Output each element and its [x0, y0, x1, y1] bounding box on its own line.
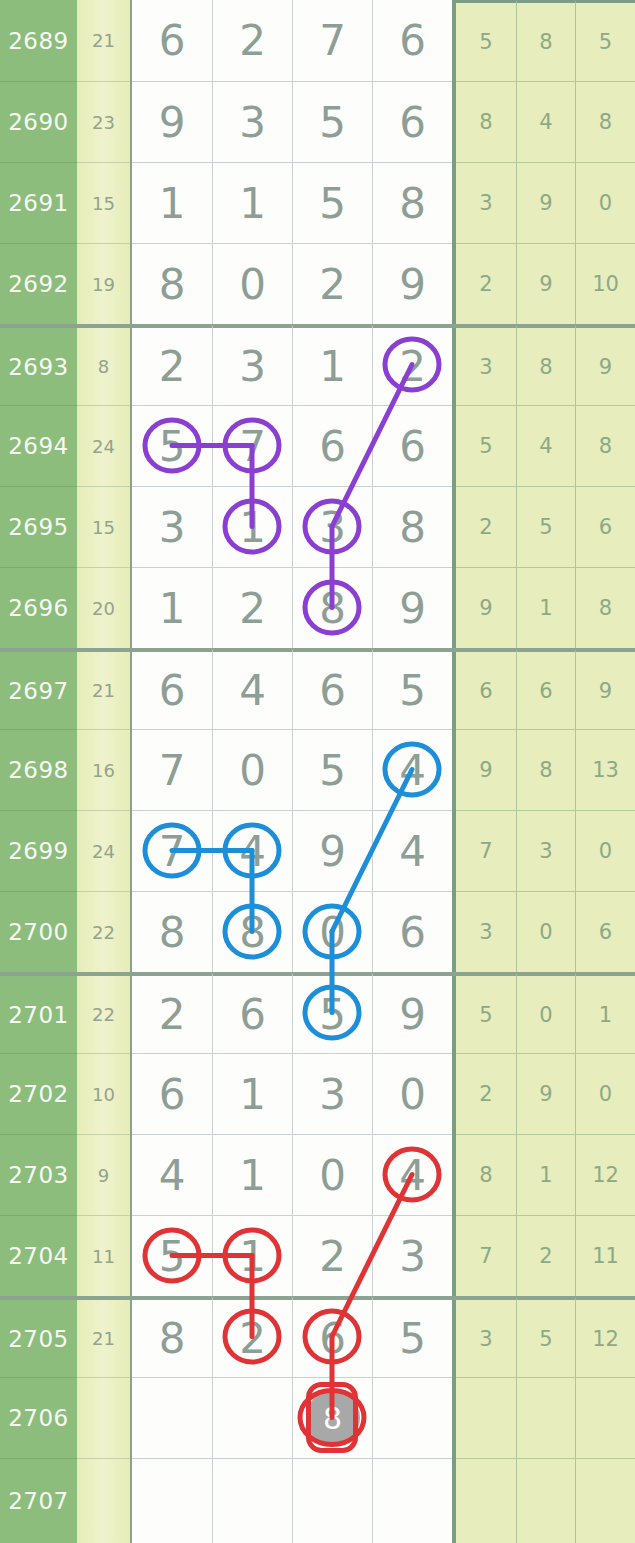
- digit-cell-2693-3: 1: [292, 324, 372, 405]
- digit-cell-2696-1: 1: [132, 567, 212, 648]
- extra-cell-2691-3: 0: [575, 162, 635, 243]
- digit-cell-2695-4: 8: [372, 486, 452, 567]
- extra-cell-2698-1: 9: [456, 729, 516, 810]
- extra-cell-2707-2: [516, 1458, 575, 1543]
- digit-cell-2706-4: [372, 1377, 452, 1458]
- draw-cell-2694: 2694: [0, 405, 77, 486]
- digit-cell-2702-4: 0: [372, 1053, 452, 1134]
- draw-cell-2702: 2702: [0, 1053, 77, 1134]
- digit-cell-2703-1: 4: [132, 1134, 212, 1215]
- draw-cell-2705: 2705: [0, 1296, 77, 1377]
- digit-cell-2694-4: 6: [372, 405, 452, 486]
- extra-cell-2703-2: 1: [516, 1134, 575, 1215]
- predicted-number-bubble: 8: [306, 1390, 360, 1446]
- draw-cell-2706: 2706: [0, 1377, 77, 1458]
- digit-cell-2699-2: 4: [212, 810, 292, 891]
- extra-cell-2703-1: 8: [456, 1134, 516, 1215]
- extra-cell-2707-3: [575, 1458, 635, 1543]
- digit-cell-2690-1: 9: [132, 81, 212, 162]
- digit-cell-2704-2: 1: [212, 1215, 292, 1296]
- digit-cell-2691-2: 1: [212, 162, 292, 243]
- digit-cell-2697-1: 6: [132, 648, 212, 729]
- extra-cell-2704-1: 7: [456, 1215, 516, 1296]
- extra-cell-2696-2: 1: [516, 567, 575, 648]
- extra-cell-2704-2: 2: [516, 1215, 575, 1296]
- extra-cell-2701-2: 0: [516, 972, 575, 1053]
- extra-cell-2696-3: 8: [575, 567, 635, 648]
- extra-cell-2693-2: 8: [516, 324, 575, 405]
- sum-cell-2699: 24: [77, 810, 130, 891]
- digit-cell-2690-4: 6: [372, 81, 452, 162]
- digit-cell-2694-1: 5: [132, 405, 212, 486]
- extra-cell-2696-1: 9: [456, 567, 516, 648]
- draw-cell-2703: 2703: [0, 1134, 77, 1215]
- digit-cell-2700-2: 8: [212, 891, 292, 972]
- digit-cell-2706-1: [132, 1377, 212, 1458]
- sum-cell-2695: 15: [77, 486, 130, 567]
- sum-cell-2696: 20: [77, 567, 130, 648]
- digit-cell-2705-4: 5: [372, 1296, 452, 1377]
- digit-cell-2693-2: 3: [212, 324, 292, 405]
- digit-cell-2700-1: 8: [132, 891, 212, 972]
- draw-cell-2690: 2690: [0, 81, 77, 162]
- sum-cell-2702: 10: [77, 1053, 130, 1134]
- extra-cell-2690-2: 4: [516, 81, 575, 162]
- digit-cell-2698-4: 4: [372, 729, 452, 810]
- digit-cell-2693-1: 2: [132, 324, 212, 405]
- extra-cell-2705-3: 12: [575, 1296, 635, 1377]
- extra-cell-2693-3: 9: [575, 324, 635, 405]
- extra-cell-2702-2: 9: [516, 1053, 575, 1134]
- extra-cell-2697-1: 6: [456, 648, 516, 729]
- extra-cell-2695-3: 6: [575, 486, 635, 567]
- digit-cell-2707-2: [212, 1458, 292, 1543]
- draw-cell-2701: 2701: [0, 972, 77, 1053]
- extra-cell-2692-1: 2: [456, 243, 516, 324]
- extra-cell-2699-2: 3: [516, 810, 575, 891]
- digit-cell-2706-3: 8: [292, 1377, 372, 1458]
- draw-cell-2691: 2691: [0, 162, 77, 243]
- extra-cell-2702-3: 0: [575, 1053, 635, 1134]
- digit-cell-2705-1: 8: [132, 1296, 212, 1377]
- digit-cell-2689-3: 7: [292, 0, 372, 81]
- draw-cell-2693: 2693: [0, 324, 77, 405]
- extra-cell-2694-1: 5: [456, 405, 516, 486]
- digit-cell-2706-2: [212, 1377, 292, 1458]
- extra-cell-2689-3: 5: [575, 0, 635, 81]
- digit-cell-2701-3: 5: [292, 972, 372, 1053]
- digit-cell-2691-4: 8: [372, 162, 452, 243]
- sum-cell-2693: 8: [77, 324, 130, 405]
- lottery-trend-board: 2689216276585269023935684826911511583902…: [0, 0, 635, 1543]
- sum-cell-2704: 11: [77, 1215, 130, 1296]
- extra-cell-2689-2: 8: [516, 0, 575, 81]
- extra-cell-2692-2: 9: [516, 243, 575, 324]
- digit-cell-2695-1: 3: [132, 486, 212, 567]
- digit-cell-2694-3: 6: [292, 405, 372, 486]
- digit-cell-2692-4: 9: [372, 243, 452, 324]
- extra-cell-2704-3: 11: [575, 1215, 635, 1296]
- extra-cell-2697-3: 9: [575, 648, 635, 729]
- sum-cell-2706: [77, 1377, 130, 1458]
- digit-cell-2696-2: 2: [212, 567, 292, 648]
- extra-cell-2691-1: 3: [456, 162, 516, 243]
- digit-cell-2698-1: 7: [132, 729, 212, 810]
- digit-cell-2690-2: 3: [212, 81, 292, 162]
- digit-cell-2689-1: 6: [132, 0, 212, 81]
- extra-cell-2698-2: 8: [516, 729, 575, 810]
- extra-cell-2700-3: 6: [575, 891, 635, 972]
- digit-cell-2702-1: 6: [132, 1053, 212, 1134]
- digit-cell-2705-2: 2: [212, 1296, 292, 1377]
- extra-cell-2706-2: [516, 1377, 575, 1458]
- extra-cell-2701-3: 1: [575, 972, 635, 1053]
- extra-cell-2705-1: 3: [456, 1296, 516, 1377]
- extra-cell-2697-2: 6: [516, 648, 575, 729]
- digit-cell-2704-1: 5: [132, 1215, 212, 1296]
- extra-cell-2695-2: 5: [516, 486, 575, 567]
- draw-cell-2692: 2692: [0, 243, 77, 324]
- digit-cell-2691-3: 5: [292, 162, 372, 243]
- extra-cell-2692-3: 10: [575, 243, 635, 324]
- draw-cell-2689: 2689: [0, 0, 77, 81]
- digit-cell-2692-1: 8: [132, 243, 212, 324]
- sum-cell-2703: 9: [77, 1134, 130, 1215]
- extra-cell-2702-1: 2: [456, 1053, 516, 1134]
- extra-cell-2691-2: 9: [516, 162, 575, 243]
- sum-cell-2701: 22: [77, 972, 130, 1053]
- extra-cell-2705-2: 5: [516, 1296, 575, 1377]
- digit-cell-2695-3: 3: [292, 486, 372, 567]
- digit-cell-2699-1: 7: [132, 810, 212, 891]
- digit-cell-2702-2: 1: [212, 1053, 292, 1134]
- sum-cell-2694: 24: [77, 405, 130, 486]
- digit-cell-2700-4: 6: [372, 891, 452, 972]
- digit-cell-2703-2: 1: [212, 1134, 292, 1215]
- digit-cell-2699-4: 4: [372, 810, 452, 891]
- digit-cell-2696-3: 8: [292, 567, 372, 648]
- draw-cell-2696: 2696: [0, 567, 77, 648]
- extra-cell-2690-1: 8: [456, 81, 516, 162]
- digit-cell-2698-3: 5: [292, 729, 372, 810]
- digit-cell-2692-3: 2: [292, 243, 372, 324]
- draw-cell-2698: 2698: [0, 729, 77, 810]
- digit-cell-2689-4: 6: [372, 0, 452, 81]
- digit-cell-2698-2: 0: [212, 729, 292, 810]
- draw-cell-2699: 2699: [0, 810, 77, 891]
- extra-cell-2690-3: 8: [575, 81, 635, 162]
- digit-cell-2700-3: 0: [292, 891, 372, 972]
- sum-cell-2691: 15: [77, 162, 130, 243]
- draw-cell-2695: 2695: [0, 486, 77, 567]
- digit-cell-2701-4: 9: [372, 972, 452, 1053]
- extra-cell-2695-1: 2: [456, 486, 516, 567]
- extra-cell-2694-3: 8: [575, 405, 635, 486]
- extra-cell-2707-1: [456, 1458, 516, 1543]
- digit-cell-2692-2: 0: [212, 243, 292, 324]
- extra-cell-2698-3: 13: [575, 729, 635, 810]
- digit-cell-2691-1: 1: [132, 162, 212, 243]
- digit-cell-2705-3: 6: [292, 1296, 372, 1377]
- extra-cell-2703-3: 12: [575, 1134, 635, 1215]
- extra-cell-2694-2: 4: [516, 405, 575, 486]
- digit-cell-2707-3: [292, 1458, 372, 1543]
- sum-cell-2697: 21: [77, 648, 130, 729]
- digit-cell-2702-3: 3: [292, 1053, 372, 1134]
- digit-cell-2699-3: 9: [292, 810, 372, 891]
- digit-cell-2693-4: 2: [372, 324, 452, 405]
- extra-cell-2699-1: 7: [456, 810, 516, 891]
- sum-cell-2692: 19: [77, 243, 130, 324]
- extra-cell-2689-1: 5: [456, 0, 516, 81]
- digit-cell-2704-4: 3: [372, 1215, 452, 1296]
- sum-cell-2698: 16: [77, 729, 130, 810]
- digit-cell-2697-4: 5: [372, 648, 452, 729]
- sum-cell-2700: 22: [77, 891, 130, 972]
- extra-cell-2706-1: [456, 1377, 516, 1458]
- digit-cell-2707-1: [132, 1458, 212, 1543]
- digit-cell-2701-1: 2: [132, 972, 212, 1053]
- extra-cell-2699-3: 0: [575, 810, 635, 891]
- sum-cell-2690: 23: [77, 81, 130, 162]
- draw-cell-2700: 2700: [0, 891, 77, 972]
- extra-cell-2701-1: 5: [456, 972, 516, 1053]
- draw-cell-2707: 2707: [0, 1458, 77, 1543]
- extra-cell-2700-2: 0: [516, 891, 575, 972]
- digit-cell-2703-4: 4: [372, 1134, 452, 1215]
- digit-cell-2694-2: 7: [212, 405, 292, 486]
- digit-cell-2696-4: 9: [372, 567, 452, 648]
- digit-cell-2695-2: 1: [212, 486, 292, 567]
- digit-cell-2704-3: 2: [292, 1215, 372, 1296]
- extra-cell-2706-3: [575, 1377, 635, 1458]
- sum-cell-2689: 21: [77, 0, 130, 81]
- extra-cell-2700-1: 3: [456, 891, 516, 972]
- trend-grid: 2689216276585269023935684826911511583902…: [0, 0, 635, 1543]
- digit-cell-2701-2: 6: [212, 972, 292, 1053]
- sum-cell-2705: 21: [77, 1296, 130, 1377]
- digit-cell-2689-2: 2: [212, 0, 292, 81]
- sum-cell-2707: [77, 1458, 130, 1543]
- digit-cell-2707-4: [372, 1458, 452, 1543]
- digit-cell-2697-2: 4: [212, 648, 292, 729]
- digit-cell-2697-3: 6: [292, 648, 372, 729]
- digit-cell-2690-3: 5: [292, 81, 372, 162]
- digit-cell-2703-3: 0: [292, 1134, 372, 1215]
- extra-cell-2693-1: 3: [456, 324, 516, 405]
- draw-cell-2704: 2704: [0, 1215, 77, 1296]
- draw-cell-2697: 2697: [0, 648, 77, 729]
